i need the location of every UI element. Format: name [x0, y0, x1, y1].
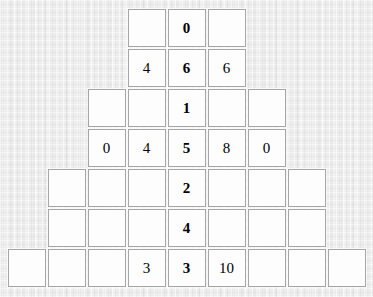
empty-cell: [88, 209, 126, 247]
number-cell: 6: [168, 49, 206, 87]
number-cell: 5: [168, 129, 206, 167]
empty-cell: [128, 209, 166, 247]
board-row-6: 4: [48, 209, 326, 247]
number-cell: 0: [248, 129, 286, 167]
number-cell: 4: [128, 49, 166, 87]
number-cell: 1: [168, 89, 206, 127]
empty-cell: [248, 249, 286, 287]
empty-cell: [88, 169, 126, 207]
number-cell: 6: [208, 49, 246, 87]
board-row-4: 04580: [88, 129, 286, 167]
board-row-1: 0: [128, 9, 246, 47]
board-row-3: 1: [88, 89, 286, 127]
empty-cell: [288, 209, 326, 247]
board-row-7: 3310: [8, 249, 366, 287]
number-cell: 3: [128, 249, 166, 287]
empty-cell: [208, 9, 246, 47]
empty-cell: [88, 249, 126, 287]
number-cell: 0: [88, 129, 126, 167]
number-cell: 10: [208, 249, 246, 287]
empty-cell: [288, 169, 326, 207]
empty-cell: [128, 9, 166, 47]
empty-cell: [48, 169, 86, 207]
number-cell: 4: [168, 209, 206, 247]
board-row-2: 466: [128, 49, 246, 87]
number-cell: 2: [168, 169, 206, 207]
empty-cell: [208, 209, 246, 247]
empty-cell: [88, 89, 126, 127]
empty-cell: [248, 89, 286, 127]
empty-cell: [128, 89, 166, 127]
empty-cell: [128, 169, 166, 207]
empty-cell: [48, 249, 86, 287]
empty-cell: [208, 169, 246, 207]
empty-cell: [248, 209, 286, 247]
empty-cell: [8, 249, 46, 287]
empty-cell: [248, 169, 286, 207]
empty-cell: [328, 249, 366, 287]
number-cell: 3: [168, 249, 206, 287]
pyramid-board: 0466104580243310: [0, 0, 373, 287]
empty-cell: [288, 249, 326, 287]
number-cell: 8: [208, 129, 246, 167]
board-row-5: 2: [48, 169, 326, 207]
number-cell: 4: [128, 129, 166, 167]
empty-cell: [48, 209, 86, 247]
number-cell: 0: [168, 9, 206, 47]
empty-cell: [208, 89, 246, 127]
